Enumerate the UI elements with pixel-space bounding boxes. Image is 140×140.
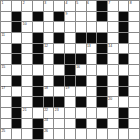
white-cell-r3c4[interactable]	[33, 22, 43, 32]
clue-number: 5	[76, 1, 78, 5]
black-cell-r6c6	[54, 54, 64, 64]
white-cell-r3c9[interactable]	[87, 22, 97, 32]
white-cell-r4c3[interactable]	[22, 33, 32, 43]
white-cell-r1c11[interactable]: 7	[108, 1, 118, 11]
white-cell-r2c3[interactable]	[22, 12, 32, 22]
white-cell-r5c5[interactable]: 12	[44, 44, 54, 54]
white-cell-r13c5[interactable]: 26	[44, 129, 54, 139]
white-cell-r7c6[interactable]	[54, 65, 64, 75]
white-cell-r11c8[interactable]	[76, 108, 86, 118]
white-cell-r10c13[interactable]	[129, 97, 139, 107]
white-cell-r1c8[interactable]: 5	[76, 1, 86, 11]
white-cell-r5c13[interactable]	[129, 44, 139, 54]
black-cell-r12c10	[97, 119, 107, 129]
clue-number: 13	[87, 44, 91, 48]
black-cell-r10c4	[33, 97, 43, 107]
white-cell-r13c1[interactable]: 25	[1, 129, 11, 139]
white-cell-r11c4[interactable]	[33, 108, 43, 118]
white-cell-r12c5[interactable]: 24	[44, 119, 54, 129]
black-cell-r5c2	[12, 44, 22, 54]
clue-number: 6	[87, 1, 89, 5]
clue-number: 12	[44, 44, 48, 48]
white-cell-r9c8[interactable]	[76, 87, 86, 97]
white-cell-r4c13[interactable]	[129, 33, 139, 43]
white-cell-r11c1[interactable]	[1, 108, 11, 118]
white-cell-r6c1[interactable]	[1, 54, 11, 64]
white-cell-r13c6[interactable]	[54, 129, 64, 139]
black-cell-r2c6	[54, 12, 64, 22]
white-cell-r3c10[interactable]	[97, 22, 107, 32]
white-cell-r10c12[interactable]	[119, 97, 129, 107]
black-cell-r2c12	[119, 12, 129, 22]
white-cell-r3c7[interactable]	[65, 22, 75, 32]
clue-number: 21	[23, 108, 27, 112]
white-cell-r10c9[interactable]	[87, 97, 97, 107]
white-cell-r1c7[interactable]: 4	[65, 1, 75, 11]
black-cell-r12c12	[119, 119, 129, 129]
white-cell-r9c5[interactable]: 18	[44, 87, 54, 97]
white-cell-r5c3[interactable]	[22, 44, 32, 54]
white-cell-r2c11[interactable]	[108, 12, 118, 22]
white-cell-r7c1[interactable]: 15	[1, 65, 11, 75]
white-cell-r8c13[interactable]	[129, 76, 139, 86]
white-cell-r13c10[interactable]	[97, 129, 107, 139]
white-cell-r13c2[interactable]	[12, 129, 22, 139]
white-cell-r8c5[interactable]	[44, 76, 54, 86]
clue-number: 11	[1, 33, 5, 37]
white-cell-r13c7[interactable]	[65, 129, 75, 139]
white-cell-r4c2[interactable]	[12, 33, 22, 43]
clue-number: 10	[23, 22, 27, 26]
white-cell-r10c7[interactable]	[65, 97, 75, 107]
black-cell-r8c4	[33, 76, 43, 86]
white-cell-r10c1[interactable]	[1, 97, 11, 107]
crossword-board: 1234567891011121314151617181920212223242…	[0, 0, 140, 140]
white-cell-r8c11[interactable]	[108, 76, 118, 86]
black-cell-r7c7	[65, 65, 75, 75]
black-cell-r8c2	[12, 76, 22, 86]
white-cell-r7c13[interactable]	[129, 65, 139, 75]
white-cell-r2c8[interactable]	[76, 12, 86, 22]
clue-number: 22	[44, 108, 48, 112]
clue-number: 26	[44, 129, 48, 133]
white-cell-r9c13[interactable]	[129, 87, 139, 97]
white-cell-r11c9[interactable]	[87, 108, 97, 118]
white-cell-r1c12[interactable]	[119, 1, 129, 11]
clue-number: 23	[55, 108, 59, 112]
white-cell-r3c5[interactable]	[44, 22, 54, 32]
black-cell-r8c12	[119, 76, 129, 86]
white-cell-r13c9[interactable]	[87, 129, 97, 139]
white-cell-r13c3[interactable]	[22, 129, 32, 139]
white-cell-r9c1[interactable]: 17	[1, 87, 11, 97]
black-cell-r1c10	[97, 1, 107, 11]
white-cell-r6c5[interactable]	[44, 54, 54, 64]
black-cell-r11c2	[12, 108, 22, 118]
white-cell-r9c6[interactable]	[54, 87, 64, 97]
white-cell-r6c3[interactable]	[22, 54, 32, 64]
white-cell-r13c11[interactable]	[108, 129, 118, 139]
white-cell-r12c9[interactable]	[87, 119, 97, 129]
white-cell-r1c2[interactable]	[12, 1, 22, 11]
white-cell-r13c8[interactable]	[76, 129, 86, 139]
white-cell-r9c3[interactable]	[22, 87, 32, 97]
white-cell-r3c6[interactable]	[54, 22, 64, 32]
clue-number: 7	[108, 1, 110, 5]
black-cell-r5c4	[33, 44, 43, 54]
white-cell-r12c11[interactable]	[108, 119, 118, 129]
white-cell-r10c11[interactable]: 20	[108, 97, 118, 107]
clue-number: 16	[76, 65, 80, 69]
black-cell-r10c10	[97, 97, 107, 107]
white-cell-r6c9[interactable]	[87, 54, 97, 64]
white-cell-r8c3[interactable]	[22, 76, 32, 86]
black-cell-r6c4	[33, 54, 43, 64]
white-cell-r3c13[interactable]	[129, 22, 139, 32]
black-cell-r2c4	[33, 12, 43, 22]
white-cell-r1c6[interactable]	[54, 1, 64, 11]
white-cell-r7c12[interactable]	[119, 65, 129, 75]
black-cell-r3c2	[12, 22, 22, 32]
white-cell-r9c7[interactable]: 19	[65, 87, 75, 97]
white-cell-r7c4[interactable]	[33, 65, 43, 75]
black-cell-r8c7	[65, 76, 75, 86]
black-cell-r6c8	[76, 54, 86, 64]
white-cell-r13c13[interactable]	[129, 129, 139, 139]
white-cell-r4c1[interactable]: 11	[1, 33, 11, 43]
black-cell-r2c2	[12, 12, 22, 22]
white-cell-r5c8[interactable]	[76, 44, 86, 54]
black-cell-r6c12	[119, 54, 129, 64]
white-cell-r5c1[interactable]	[1, 44, 11, 54]
white-cell-r4c5[interactable]	[44, 33, 54, 43]
white-cell-r2c5[interactable]	[44, 12, 54, 22]
black-cell-r3c12	[119, 22, 129, 32]
white-cell-r13c12[interactable]	[119, 129, 129, 139]
black-cell-r6c2	[12, 54, 22, 64]
black-cell-r9c10	[97, 87, 107, 97]
white-cell-r5c9[interactable]: 13	[87, 44, 97, 54]
white-cell-r5c6[interactable]	[54, 44, 64, 54]
white-cell-r11c5[interactable]: 22	[44, 108, 54, 118]
white-cell-r7c2[interactable]	[12, 65, 22, 75]
white-cell-r7c9[interactable]	[87, 65, 97, 75]
clue-number: 25	[1, 129, 5, 133]
white-cell-r2c9[interactable]	[87, 12, 97, 22]
white-cell-r12c3[interactable]	[22, 119, 32, 129]
clue-number: 15	[1, 65, 5, 69]
black-cell-r9c4	[33, 87, 43, 97]
white-cell-r9c2[interactable]	[12, 87, 22, 97]
white-cell-r1c9[interactable]: 6	[87, 1, 97, 11]
white-cell-r6c13[interactable]	[129, 54, 139, 64]
white-cell-r8c1[interactable]	[1, 76, 11, 86]
crossword-puzzle: 1234567891011121314151617181920212223242…	[0, 0, 140, 140]
white-cell-r3c1[interactable]	[1, 22, 11, 32]
clue-number: 24	[44, 118, 48, 122]
black-cell-r12c8	[76, 119, 86, 129]
black-cell-r8c10	[97, 76, 107, 86]
white-cell-r11c3[interactable]: 21	[22, 108, 32, 118]
black-cell-r10c5	[44, 97, 54, 107]
black-cell-r10c2	[12, 97, 22, 107]
black-cell-r8c8	[76, 76, 86, 86]
white-cell-r11c7[interactable]	[65, 108, 75, 118]
white-cell-r12c6[interactable]	[54, 119, 64, 129]
white-cell-r5c7[interactable]	[65, 44, 75, 54]
black-cell-r4c6	[54, 33, 64, 43]
white-cell-r11c10[interactable]	[97, 108, 107, 118]
white-cell-r3c8[interactable]	[76, 22, 86, 32]
clue-number: 14	[108, 44, 112, 48]
clue-number: 1	[1, 1, 3, 5]
black-cell-r10c6	[54, 97, 64, 107]
black-cell-r4c8	[76, 33, 86, 43]
clue-number: 18	[44, 86, 48, 90]
black-cell-r2c10	[97, 12, 107, 22]
white-cell-r3c11[interactable]	[108, 22, 118, 32]
white-cell-r7c8[interactable]: 16	[76, 65, 86, 75]
clue-number: 8	[130, 1, 132, 5]
white-cell-r6c11[interactable]	[108, 54, 118, 64]
white-cell-r1c4[interactable]	[33, 1, 43, 11]
clue-number: 9	[66, 12, 68, 16]
white-cell-r5c12[interactable]	[119, 44, 129, 54]
black-cell-r10c8	[76, 97, 86, 107]
white-cell-r2c7[interactable]: 9	[65, 12, 75, 22]
clue-number: 2	[23, 1, 25, 5]
black-cell-r8c6	[54, 76, 64, 86]
white-cell-r10c3[interactable]	[22, 97, 32, 107]
black-cell-r12c2	[12, 119, 22, 129]
black-cell-r5c10	[97, 44, 107, 54]
white-cell-r2c13[interactable]	[129, 12, 139, 22]
white-cell-r1c1[interactable]: 1	[1, 1, 11, 11]
black-cell-r11c12	[119, 108, 129, 118]
clue-number: 3	[44, 1, 46, 5]
white-cell-r11c13[interactable]	[129, 108, 139, 118]
white-cell-r12c13[interactable]	[129, 119, 139, 129]
white-cell-r3c3[interactable]: 10	[22, 22, 32, 32]
black-cell-r4c12	[119, 33, 129, 43]
white-cell-r11c6[interactable]: 23	[54, 108, 64, 118]
clue-number: 19	[66, 86, 70, 90]
black-cell-r4c9	[87, 33, 97, 43]
white-cell-r4c7[interactable]	[65, 33, 75, 43]
white-cell-r1c5[interactable]: 3	[44, 1, 54, 11]
black-cell-r12c4	[33, 119, 43, 129]
white-cell-r7c3[interactable]	[22, 65, 32, 75]
white-cell-r9c11[interactable]	[108, 87, 118, 97]
white-cell-r5c11[interactable]: 14	[108, 44, 118, 54]
white-cell-r1c13[interactable]: 8	[129, 1, 139, 11]
clue-number: 4	[66, 1, 68, 5]
white-cell-r8c9[interactable]	[87, 76, 97, 86]
white-cell-r12c1[interactable]	[1, 119, 11, 129]
white-cell-r11c11[interactable]	[108, 108, 118, 118]
black-cell-r6c10	[97, 54, 107, 64]
white-cell-r12c7[interactable]	[65, 119, 75, 129]
clue-number: 17	[1, 86, 5, 90]
white-cell-r1c3[interactable]: 2	[22, 1, 32, 11]
black-cell-r4c10	[97, 33, 107, 43]
clue-number: 20	[108, 97, 112, 101]
black-cell-r13c4	[33, 129, 43, 139]
white-cell-r7c10[interactable]	[97, 65, 107, 75]
black-cell-r9c12	[119, 87, 129, 97]
white-cell-r7c5[interactable]	[44, 65, 54, 75]
white-cell-r7c11[interactable]	[108, 65, 118, 75]
white-cell-r2c1[interactable]	[1, 12, 11, 22]
white-cell-r9c9[interactable]	[87, 87, 97, 97]
black-cell-r4c4	[33, 33, 43, 43]
black-cell-r6c7	[65, 54, 75, 64]
white-cell-r4c11[interactable]	[108, 33, 118, 43]
